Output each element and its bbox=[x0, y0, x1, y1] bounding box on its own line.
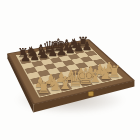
chess-set-photo: ♜♞♝♛♚♝♞♜♟♟♟♟♟♟♟♟♟♟♟♟♟♟♟♟♜♞♝♛♚♝♞♜ bbox=[0, 0, 140, 140]
board-corner-far-left bbox=[7, 53, 8, 54]
box-clasp bbox=[88, 91, 93, 96]
